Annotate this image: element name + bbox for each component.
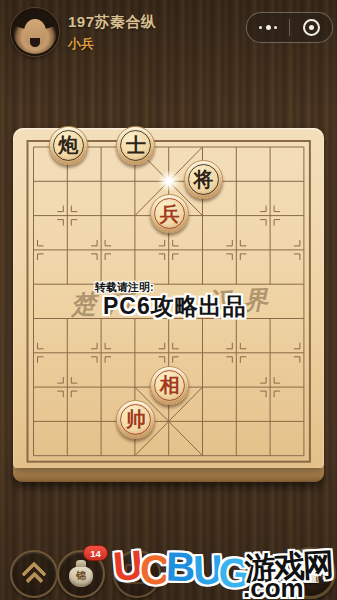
piece-red-相[interactable]: 相 — [150, 366, 189, 405]
avatar[interactable] — [11, 8, 59, 56]
money-bag-icon: 锦 — [69, 566, 93, 587]
site-watermark-tld: .com — [243, 573, 304, 600]
watermark-letter: C — [139, 547, 166, 594]
xiangqi-app: 197苏秦合纵 小兵 楚河 汉界 炮士将兵相帅✦ 转载请注明: PC6攻略出品 … — [0, 0, 337, 600]
avatar-beard — [30, 38, 40, 47]
chevron-up-icon — [25, 565, 43, 587]
piece-red-帅[interactable]: 帅 — [116, 400, 155, 439]
more-icon — [259, 26, 263, 30]
piece-black-炮[interactable]: 炮 — [49, 126, 88, 165]
watermark-note-large: PC6攻略出品 — [103, 291, 247, 322]
piece-red-兵[interactable]: 兵 — [150, 194, 189, 233]
piece-black-将[interactable]: 将 — [184, 160, 223, 199]
watermark-letter: U — [111, 542, 142, 591]
level-rank: 小兵 — [68, 35, 94, 53]
wechat-capsule — [246, 12, 333, 43]
level-title: 197苏秦合纵 — [68, 13, 157, 32]
move-highlight: ✦ — [158, 170, 180, 192]
piece-black-士[interactable]: 士 — [116, 126, 155, 165]
watermark-letter: U — [192, 547, 220, 595]
home-circle-icon — [303, 19, 320, 36]
expand-menu-button[interactable] — [10, 550, 58, 598]
more-button[interactable] — [247, 13, 289, 42]
tips-count-badge: 14 — [83, 545, 108, 561]
close-button[interactable] — [290, 13, 332, 42]
site-watermark-ucbug: UCBUG — [113, 541, 248, 588]
watermark-letter: B — [165, 544, 193, 592]
board-edge — [13, 466, 324, 482]
